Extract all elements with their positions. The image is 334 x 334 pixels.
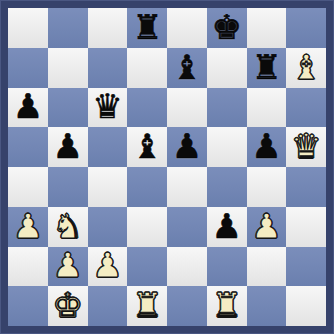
square-c5[interactable] bbox=[88, 127, 128, 167]
black-queen-c6[interactable]: ♛ bbox=[92, 89, 122, 123]
white-queen-h5[interactable]: ♛ bbox=[291, 129, 321, 163]
white-pawn-b2[interactable]: ♟ bbox=[52, 248, 82, 282]
square-a3[interactable]: ♟ bbox=[8, 207, 48, 247]
white-bishop-h7[interactable]: ♝ bbox=[291, 50, 321, 84]
square-h3[interactable] bbox=[286, 207, 326, 247]
square-h8[interactable] bbox=[286, 8, 326, 48]
square-b8[interactable] bbox=[48, 8, 88, 48]
black-rook-g7[interactable]: ♜ bbox=[251, 50, 281, 84]
chess-board: ♜♚♝♜♝♟♛♟♝♟♟♛♟♞♟♟♟♟♚♜♜ bbox=[8, 8, 326, 326]
square-f4[interactable] bbox=[207, 167, 247, 207]
white-rook-d1[interactable]: ♜ bbox=[132, 288, 162, 322]
square-b6[interactable] bbox=[48, 88, 88, 128]
square-d1[interactable]: ♜ bbox=[127, 286, 167, 326]
square-h1[interactable] bbox=[286, 286, 326, 326]
square-h4[interactable] bbox=[286, 167, 326, 207]
square-d8[interactable]: ♜ bbox=[127, 8, 167, 48]
square-g7[interactable]: ♜ bbox=[247, 48, 287, 88]
square-h5[interactable]: ♛ bbox=[286, 127, 326, 167]
square-d3[interactable] bbox=[127, 207, 167, 247]
square-d2[interactable] bbox=[127, 247, 167, 287]
black-pawn-a6[interactable]: ♟ bbox=[13, 89, 43, 123]
square-e7[interactable]: ♝ bbox=[167, 48, 207, 88]
square-b5[interactable]: ♟ bbox=[48, 127, 88, 167]
black-bishop-e7[interactable]: ♝ bbox=[172, 50, 202, 84]
square-f7[interactable] bbox=[207, 48, 247, 88]
black-king-f8[interactable]: ♚ bbox=[211, 10, 241, 44]
square-g5[interactable]: ♟ bbox=[247, 127, 287, 167]
square-g1[interactable] bbox=[247, 286, 287, 326]
square-f1[interactable]: ♜ bbox=[207, 286, 247, 326]
square-h7[interactable]: ♝ bbox=[286, 48, 326, 88]
white-rook-f1[interactable]: ♜ bbox=[211, 288, 241, 322]
square-e5[interactable]: ♟ bbox=[167, 127, 207, 167]
square-a8[interactable] bbox=[8, 8, 48, 48]
square-f6[interactable] bbox=[207, 88, 247, 128]
square-c4[interactable] bbox=[88, 167, 128, 207]
square-c1[interactable] bbox=[88, 286, 128, 326]
black-rook-d8[interactable]: ♜ bbox=[132, 10, 162, 44]
square-f2[interactable] bbox=[207, 247, 247, 287]
square-g4[interactable] bbox=[247, 167, 287, 207]
square-a7[interactable] bbox=[8, 48, 48, 88]
square-a6[interactable]: ♟ bbox=[8, 88, 48, 128]
square-g3[interactable]: ♟ bbox=[247, 207, 287, 247]
square-e4[interactable] bbox=[167, 167, 207, 207]
square-d7[interactable] bbox=[127, 48, 167, 88]
square-g2[interactable] bbox=[247, 247, 287, 287]
white-pawn-a3[interactable]: ♟ bbox=[13, 209, 43, 243]
square-c7[interactable] bbox=[88, 48, 128, 88]
square-f5[interactable] bbox=[207, 127, 247, 167]
square-b7[interactable] bbox=[48, 48, 88, 88]
square-b2[interactable]: ♟ bbox=[48, 247, 88, 287]
square-c3[interactable] bbox=[88, 207, 128, 247]
square-e2[interactable] bbox=[167, 247, 207, 287]
square-e8[interactable] bbox=[167, 8, 207, 48]
black-pawn-e5[interactable]: ♟ bbox=[172, 129, 202, 163]
square-h6[interactable] bbox=[286, 88, 326, 128]
square-d5[interactable]: ♝ bbox=[127, 127, 167, 167]
square-g6[interactable] bbox=[247, 88, 287, 128]
white-pawn-c2[interactable]: ♟ bbox=[92, 248, 122, 282]
square-a5[interactable] bbox=[8, 127, 48, 167]
black-pawn-g5[interactable]: ♟ bbox=[251, 129, 281, 163]
square-f3[interactable]: ♟ bbox=[207, 207, 247, 247]
square-e3[interactable] bbox=[167, 207, 207, 247]
white-pawn-g3[interactable]: ♟ bbox=[251, 209, 281, 243]
square-d4[interactable] bbox=[127, 167, 167, 207]
square-b4[interactable] bbox=[48, 167, 88, 207]
square-b1[interactable]: ♚ bbox=[48, 286, 88, 326]
square-a2[interactable] bbox=[8, 247, 48, 287]
square-h2[interactable] bbox=[286, 247, 326, 287]
square-e1[interactable] bbox=[167, 286, 207, 326]
black-pawn-b5[interactable]: ♟ bbox=[52, 129, 82, 163]
square-e6[interactable] bbox=[167, 88, 207, 128]
white-king-b1[interactable]: ♚ bbox=[52, 288, 82, 322]
square-b3[interactable]: ♞ bbox=[48, 207, 88, 247]
board-frame: ♜♚♝♜♝♟♛♟♝♟♟♛♟♞♟♟♟♟♚♜♜ bbox=[0, 0, 334, 334]
square-a4[interactable] bbox=[8, 167, 48, 207]
black-pawn-f3[interactable]: ♟ bbox=[211, 209, 241, 243]
square-g8[interactable] bbox=[247, 8, 287, 48]
white-knight-b3[interactable]: ♞ bbox=[52, 209, 82, 243]
square-a1[interactable] bbox=[8, 286, 48, 326]
square-f8[interactable]: ♚ bbox=[207, 8, 247, 48]
square-c2[interactable]: ♟ bbox=[88, 247, 128, 287]
square-d6[interactable] bbox=[127, 88, 167, 128]
black-bishop-d5[interactable]: ♝ bbox=[132, 129, 162, 163]
square-c6[interactable]: ♛ bbox=[88, 88, 128, 128]
square-c8[interactable] bbox=[88, 8, 128, 48]
